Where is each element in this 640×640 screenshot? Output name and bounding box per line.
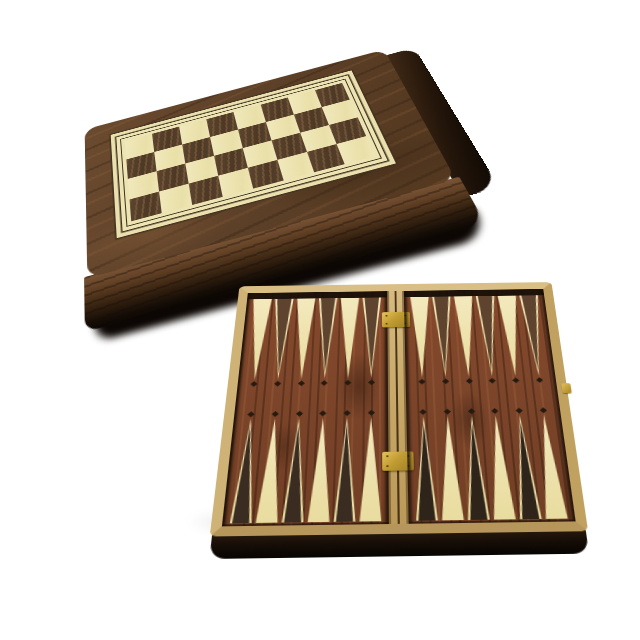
point-triangle: [357, 417, 383, 521]
backgammon-point-outline: [332, 417, 360, 521]
playing-field: [239, 378, 383, 419]
backgammon-interior: [210, 282, 588, 536]
chessboard-grid: [125, 83, 375, 221]
backgammon-point-outline: [313, 298, 339, 379]
open-backgammon-board: [210, 282, 588, 536]
points-row-top: [409, 295, 551, 377]
chessboard-border-frame: [120, 79, 382, 227]
points-row-bottom: [411, 415, 569, 521]
brass-latch-pin: [561, 383, 571, 393]
point-triangle: [306, 418, 335, 522]
product-photo-stage: [0, 0, 640, 640]
point-triangle: [336, 298, 361, 379]
backgammon-point-outline: [360, 297, 383, 378]
points-row-bottom: [228, 417, 384, 523]
backgammon-point-solid: [306, 418, 335, 522]
backgammon-left-half: [222, 291, 389, 526]
backgammon-point-solid: [357, 417, 383, 521]
backgammon-point-solid: [336, 298, 361, 379]
backgammon-right-half: [404, 289, 576, 524]
playing-field: [411, 375, 556, 416]
points-row-top: [243, 297, 383, 379]
closed-chess-box: [85, 49, 456, 278]
